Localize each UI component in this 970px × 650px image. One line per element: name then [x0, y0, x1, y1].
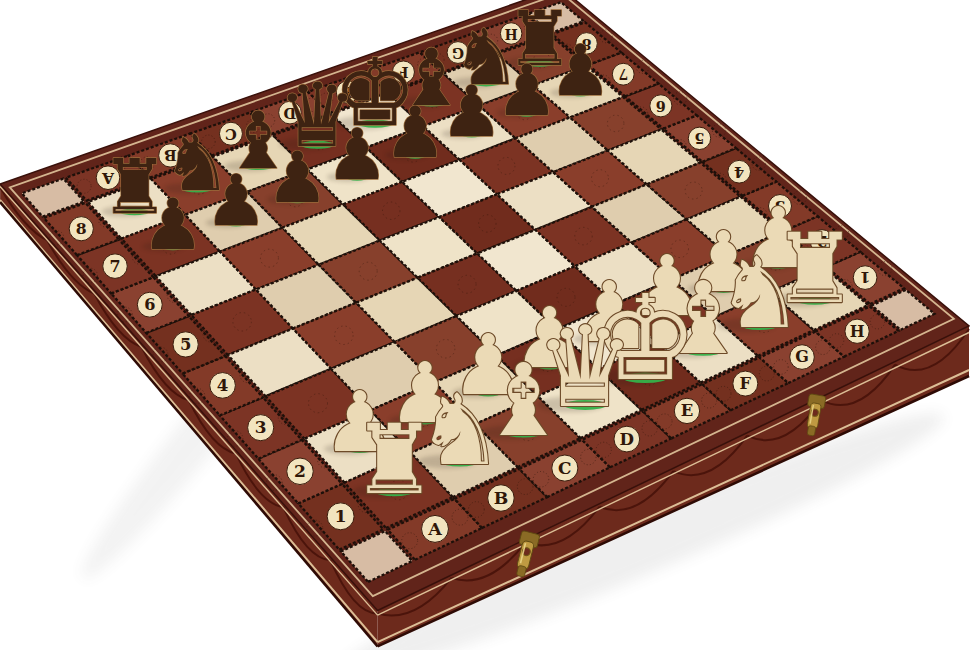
rank-label-5: 5: [180, 335, 191, 354]
black-pawn-glyph: ♟: [325, 114, 388, 196]
file-label-g: G: [795, 347, 809, 366]
black-pawn[interactable]: ♟: [495, 50, 558, 132]
file-label-f: F: [740, 374, 752, 393]
black-pawn[interactable]: ♟: [141, 184, 204, 266]
black-pawn[interactable]: ♟: [204, 160, 267, 242]
far-rank-label-4: 4: [734, 164, 744, 181]
far-rank-label-7: 7: [618, 66, 628, 82]
rank-label-6: 6: [144, 295, 155, 314]
file-label-a: A: [427, 519, 442, 539]
white-rook-glyph: ♜: [351, 404, 437, 516]
far-rank-label-5: 5: [694, 130, 704, 147]
far-rank-label-1: 1: [860, 268, 871, 286]
black-pawn-glyph: ♟: [495, 50, 558, 132]
rank-label-3: 3: [255, 417, 267, 437]
black-pawn[interactable]: ♟: [440, 71, 503, 153]
file-label-c: C: [558, 458, 571, 478]
rank-label-2: 2: [294, 461, 306, 481]
rank-label-1: 1: [335, 506, 347, 526]
black-pawn-glyph: ♟: [266, 137, 329, 219]
far-rank-label-6: 6: [656, 98, 666, 114]
chess-board: A1A1B2B2C3C3D4D4E5E5F6F6G7G7H8H8♜♞♟♝♟♚♟♛…: [0, 0, 970, 650]
black-pawn-glyph: ♟: [204, 160, 267, 242]
file-label-b: B: [494, 488, 509, 508]
rank-label-8: 8: [76, 219, 87, 238]
black-pawn[interactable]: ♟: [384, 92, 447, 174]
rank-label-4: 4: [217, 375, 229, 395]
rank-label-7: 7: [109, 257, 120, 276]
black-pawn[interactable]: ♟: [325, 114, 388, 196]
black-pawn[interactable]: ♟: [266, 137, 329, 219]
white-rook[interactable]: ♜: [351, 404, 437, 516]
black-pawn-glyph: ♟: [440, 71, 503, 153]
black-pawn-glyph: ♟: [384, 92, 447, 174]
black-pawn-glyph: ♟: [141, 184, 204, 266]
product-photo-scene: A1A1B2B2C3C3D4D4E5E5F6F6G7G7H8H8♜♞♟♝♟♚♟♛…: [0, 0, 970, 650]
